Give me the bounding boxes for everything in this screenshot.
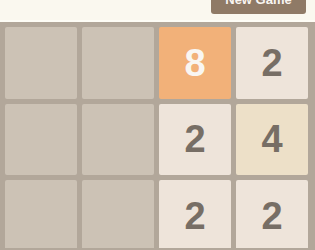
- cell-r1c1-empty: [82, 104, 154, 176]
- tile-2: 2: [236, 27, 308, 99]
- tile-2: 2: [236, 180, 308, 250]
- cell-r2c1-empty: [82, 180, 154, 250]
- cell-r0c0-empty: [5, 27, 77, 99]
- new-game-button[interactable]: New Game: [211, 0, 306, 14]
- tile-2: 2: [159, 104, 231, 176]
- tile-4: 4: [236, 104, 308, 176]
- tile-2: 2: [159, 180, 231, 250]
- cell-r2c0-empty: [5, 180, 77, 250]
- cell-r1c0-empty: [5, 104, 77, 176]
- 2048-app: New Game 8 2 2 4 2 2: [0, 0, 315, 250]
- tile-8: 8: [159, 27, 231, 99]
- cell-r0c1-empty: [82, 27, 154, 99]
- game-board: 8 2 2 4 2 2: [0, 22, 315, 250]
